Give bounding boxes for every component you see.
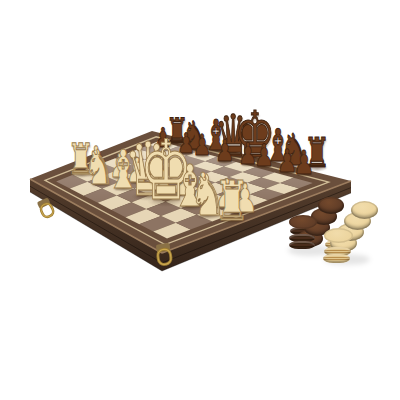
checker-disc-light-top-face [324, 228, 353, 243]
checker-disc-dark [318, 197, 344, 214]
checker-disc-dark-top-face [289, 215, 317, 229]
checker-disc-light [323, 254, 350, 263]
checker-disc-dark [289, 241, 315, 249]
checker-disc-light [351, 201, 378, 219]
chess-set-product-photo: ♜♞♝♛♚♝♞♜♟♟♟♟♟♟♟♟♟♟♟♟♟♟♟♟♜♞♝♛♚♝♞♜ [0, 0, 400, 400]
checkers-stacks [0, 0, 400, 400]
